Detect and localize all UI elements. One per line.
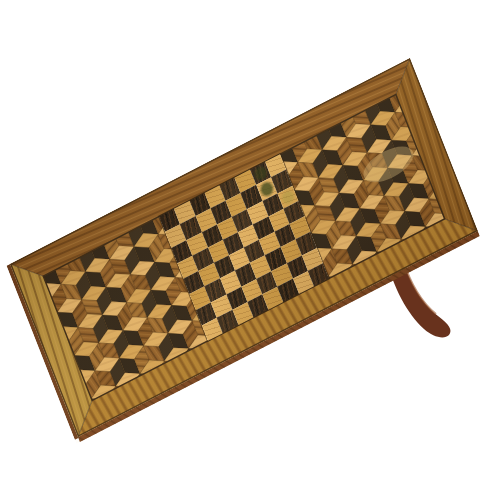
photo-background <box>0 0 500 500</box>
